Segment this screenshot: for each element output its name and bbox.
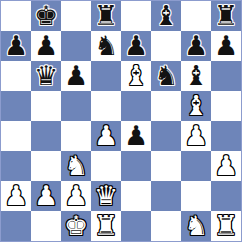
square-h1[interactable]: ♜ <box>211 211 241 241</box>
square-a8[interactable] <box>1 1 31 31</box>
square-f2[interactable] <box>151 181 181 211</box>
square-d3[interactable] <box>91 151 121 181</box>
chess-board: ♚♜♝♜♟♟♞♟♟♟♛♟♝♞♝♝♟♟♟♞♟♟♟♟♛♚♜♞♜ <box>0 0 242 242</box>
square-e7[interactable]: ♟ <box>121 31 151 61</box>
square-a7[interactable]: ♟ <box>1 31 31 61</box>
square-h8[interactable]: ♜ <box>211 1 241 31</box>
square-f3[interactable] <box>151 151 181 181</box>
piece-white-pawn[interactable]: ♟ <box>211 151 241 181</box>
chess-board-container: ♚♜♝♜♟♟♞♟♟♟♛♟♝♞♝♝♟♟♟♞♟♟♟♟♛♚♜♞♜ <box>0 0 242 242</box>
square-e1[interactable] <box>121 211 151 241</box>
square-g1[interactable]: ♞ <box>181 211 211 241</box>
square-e8[interactable] <box>121 1 151 31</box>
square-f7[interactable] <box>151 31 181 61</box>
piece-black-bishop[interactable]: ♝ <box>151 1 181 31</box>
square-a1[interactable] <box>1 211 31 241</box>
square-f1[interactable] <box>151 211 181 241</box>
square-b7[interactable]: ♟ <box>31 31 61 61</box>
square-e5[interactable] <box>121 91 151 121</box>
square-c3[interactable]: ♞ <box>61 151 91 181</box>
piece-white-queen[interactable]: ♛ <box>91 181 121 211</box>
square-f5[interactable] <box>151 91 181 121</box>
piece-white-rook[interactable]: ♜ <box>91 211 121 241</box>
square-c8[interactable] <box>61 1 91 31</box>
piece-black-knight[interactable]: ♞ <box>91 31 121 61</box>
square-b5[interactable] <box>31 91 61 121</box>
square-h7[interactable]: ♟ <box>211 31 241 61</box>
square-c7[interactable] <box>61 31 91 61</box>
square-e4[interactable]: ♟ <box>121 121 151 151</box>
square-h5[interactable] <box>211 91 241 121</box>
square-h4[interactable] <box>211 121 241 151</box>
square-g2[interactable] <box>181 181 211 211</box>
square-b1[interactable] <box>31 211 61 241</box>
square-d8[interactable]: ♜ <box>91 1 121 31</box>
piece-white-bishop[interactable]: ♝ <box>121 61 151 91</box>
piece-white-pawn[interactable]: ♟ <box>181 121 211 151</box>
square-a5[interactable] <box>1 91 31 121</box>
piece-black-king[interactable]: ♚ <box>31 1 61 31</box>
square-h2[interactable] <box>211 181 241 211</box>
piece-black-knight[interactable]: ♞ <box>151 61 181 91</box>
piece-black-pawn[interactable]: ♟ <box>121 121 151 151</box>
square-d6[interactable] <box>91 61 121 91</box>
piece-black-rook[interactable]: ♜ <box>211 1 241 31</box>
square-g3[interactable] <box>181 151 211 181</box>
square-c1[interactable]: ♚ <box>61 211 91 241</box>
square-g7[interactable]: ♟ <box>181 31 211 61</box>
square-b4[interactable] <box>31 121 61 151</box>
square-b6[interactable]: ♛ <box>31 61 61 91</box>
square-d7[interactable]: ♞ <box>91 31 121 61</box>
piece-black-queen[interactable]: ♛ <box>31 61 61 91</box>
piece-black-pawn[interactable]: ♟ <box>1 31 31 61</box>
square-h3[interactable]: ♟ <box>211 151 241 181</box>
square-a3[interactable] <box>1 151 31 181</box>
square-g4[interactable]: ♟ <box>181 121 211 151</box>
piece-black-bishop[interactable]: ♝ <box>181 61 211 91</box>
square-g8[interactable] <box>181 1 211 31</box>
piece-white-pawn[interactable]: ♟ <box>31 181 61 211</box>
piece-black-pawn[interactable]: ♟ <box>181 31 211 61</box>
square-c4[interactable] <box>61 121 91 151</box>
piece-white-bishop[interactable]: ♝ <box>181 91 211 121</box>
square-b8[interactable]: ♚ <box>31 1 61 31</box>
square-e3[interactable] <box>121 151 151 181</box>
piece-white-pawn[interactable]: ♟ <box>91 121 121 151</box>
piece-black-pawn[interactable]: ♟ <box>31 31 61 61</box>
piece-black-pawn[interactable]: ♟ <box>211 31 241 61</box>
square-d2[interactable]: ♛ <box>91 181 121 211</box>
piece-white-pawn[interactable]: ♟ <box>61 181 91 211</box>
piece-black-pawn[interactable]: ♟ <box>61 61 91 91</box>
square-e6[interactable]: ♝ <box>121 61 151 91</box>
piece-white-knight[interactable]: ♞ <box>61 151 91 181</box>
piece-white-pawn[interactable]: ♟ <box>1 181 31 211</box>
square-g5[interactable]: ♝ <box>181 91 211 121</box>
square-a4[interactable] <box>1 121 31 151</box>
piece-white-rook[interactable]: ♜ <box>211 211 241 241</box>
piece-black-pawn[interactable]: ♟ <box>121 31 151 61</box>
square-f4[interactable] <box>151 121 181 151</box>
square-c2[interactable]: ♟ <box>61 181 91 211</box>
square-a6[interactable] <box>1 61 31 91</box>
square-b3[interactable] <box>31 151 61 181</box>
piece-black-rook[interactable]: ♜ <box>91 1 121 31</box>
square-b2[interactable]: ♟ <box>31 181 61 211</box>
piece-white-knight[interactable]: ♞ <box>181 211 211 241</box>
square-g6[interactable]: ♝ <box>181 61 211 91</box>
square-e2[interactable] <box>121 181 151 211</box>
square-d1[interactable]: ♜ <box>91 211 121 241</box>
square-f6[interactable]: ♞ <box>151 61 181 91</box>
square-d4[interactable]: ♟ <box>91 121 121 151</box>
piece-white-king[interactable]: ♚ <box>61 211 91 241</box>
square-f8[interactable]: ♝ <box>151 1 181 31</box>
square-c6[interactable]: ♟ <box>61 61 91 91</box>
square-a2[interactable]: ♟ <box>1 181 31 211</box>
square-h6[interactable] <box>211 61 241 91</box>
square-c5[interactable] <box>61 91 91 121</box>
square-d5[interactable] <box>91 91 121 121</box>
